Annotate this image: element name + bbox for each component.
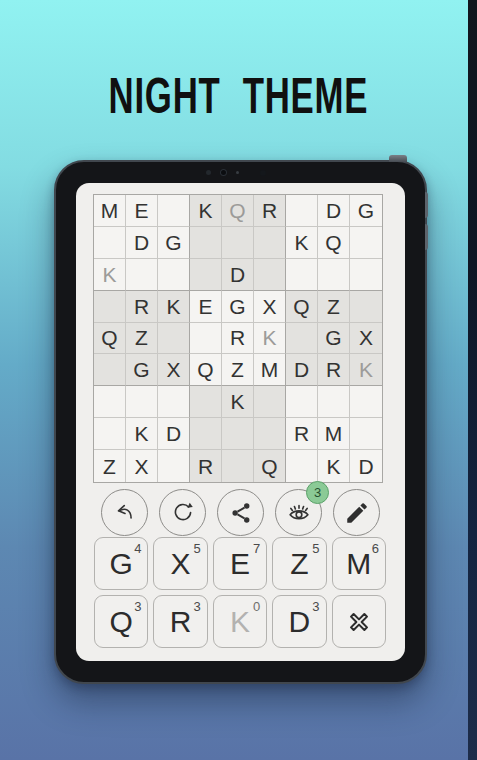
cell-r3c7[interactable] bbox=[286, 259, 318, 291]
front-camera-dot2 bbox=[260, 170, 266, 176]
cell-r8c5[interactable] bbox=[222, 418, 254, 450]
hint-count-badge: 3 bbox=[306, 481, 329, 504]
cell-r3c1[interactable]: K bbox=[94, 259, 126, 291]
cell-r6c1[interactable] bbox=[94, 354, 126, 386]
cell-r6c6[interactable]: M bbox=[254, 354, 286, 386]
tablet-volume-up-button bbox=[425, 192, 428, 218]
cell-r9c6[interactable]: Q bbox=[254, 450, 286, 482]
cell-r6c5[interactable]: Z bbox=[222, 354, 254, 386]
cell-r5c6[interactable]: K bbox=[254, 323, 286, 355]
key-Z[interactable]: Z 5 bbox=[272, 537, 326, 590]
cell-r8c9[interactable] bbox=[350, 418, 382, 450]
cell-r2c5[interactable] bbox=[222, 227, 254, 259]
page-title: NIGHT THEME bbox=[109, 66, 369, 125]
cell-r2c3[interactable]: G bbox=[158, 227, 190, 259]
hint-button[interactable]: 3 bbox=[275, 489, 322, 536]
cell-r6c8[interactable]: R bbox=[318, 354, 350, 386]
cell-r2c1[interactable] bbox=[94, 227, 126, 259]
key-count: 5 bbox=[312, 541, 319, 556]
toolbar: 3 bbox=[76, 489, 405, 536]
cell-r4c3[interactable]: K bbox=[158, 291, 190, 323]
restart-button[interactable] bbox=[159, 489, 206, 536]
key-R[interactable]: R 3 bbox=[153, 595, 207, 648]
cell-r5c3[interactable] bbox=[158, 323, 190, 355]
key-count: 0 bbox=[253, 599, 260, 614]
key-count: 3 bbox=[194, 599, 201, 614]
sensor-dot bbox=[236, 171, 239, 174]
undo-icon bbox=[112, 500, 138, 526]
cell-r2c6[interactable] bbox=[254, 227, 286, 259]
key-X[interactable]: X 5 bbox=[153, 537, 207, 590]
cell-r7c1[interactable] bbox=[94, 386, 126, 418]
cell-r8c3[interactable]: D bbox=[158, 418, 190, 450]
cell-r8c6[interactable] bbox=[254, 418, 286, 450]
cell-r7c6[interactable] bbox=[254, 386, 286, 418]
cell-r7c7[interactable] bbox=[286, 386, 318, 418]
cell-r9c8[interactable]: K bbox=[318, 450, 350, 482]
share-button[interactable] bbox=[217, 489, 264, 536]
front-camera-lens bbox=[220, 169, 227, 176]
cell-r9c1[interactable]: Z bbox=[94, 450, 126, 482]
cell-r1c8[interactable]: D bbox=[318, 195, 350, 227]
cell-r2c2[interactable]: D bbox=[126, 227, 158, 259]
cell-r8c2[interactable]: K bbox=[126, 418, 158, 450]
key-count: 3 bbox=[312, 599, 319, 614]
cell-r4c1[interactable] bbox=[94, 291, 126, 323]
key-count: 5 bbox=[194, 541, 201, 556]
tablet-volume-down-button bbox=[425, 224, 428, 250]
cell-r3c8[interactable] bbox=[318, 259, 350, 291]
cell-r9c3[interactable] bbox=[158, 450, 190, 482]
cell-r5c1[interactable]: Q bbox=[94, 323, 126, 355]
cell-r4c9[interactable] bbox=[350, 291, 382, 323]
sudoku-board: MEKQRDGDGKQKDRKEGXQZQZRKGXGXQZMDRKKKDRMZ… bbox=[93, 194, 383, 483]
cell-r9c9[interactable]: D bbox=[350, 450, 382, 482]
cell-r3c4[interactable] bbox=[190, 259, 222, 291]
front-camera-dot bbox=[206, 170, 211, 175]
cell-r5c8[interactable]: G bbox=[318, 323, 350, 355]
pencil-icon bbox=[344, 500, 370, 526]
cell-r5c5[interactable]: R bbox=[222, 323, 254, 355]
key-count: 3 bbox=[134, 599, 141, 614]
cell-r5c9[interactable]: X bbox=[350, 323, 382, 355]
cell-r8c8[interactable]: M bbox=[318, 418, 350, 450]
cell-r4c7[interactable]: Q bbox=[286, 291, 318, 323]
cell-r3c5[interactable]: D bbox=[222, 259, 254, 291]
cell-r7c4[interactable] bbox=[190, 386, 222, 418]
tablet-device-frame: MEKQRDGDGKQKDRKEGXQZQZRKGXGXQZMDRKKKDRMZ… bbox=[54, 160, 427, 684]
cell-r7c8[interactable] bbox=[318, 386, 350, 418]
cell-r3c9[interactable] bbox=[350, 259, 382, 291]
cell-r7c9[interactable] bbox=[350, 386, 382, 418]
cell-r9c5[interactable] bbox=[222, 450, 254, 482]
cell-r1c2[interactable]: E bbox=[126, 195, 158, 227]
header: NIGHT THEME bbox=[0, 68, 477, 123]
key-count: 4 bbox=[134, 541, 141, 556]
cell-r6c2[interactable]: G bbox=[126, 354, 158, 386]
app-screen: MEKQRDGDGKQKDRKEGXQZQZRKGXGXQZMDRKKKDRMZ… bbox=[76, 183, 405, 661]
cell-r8c1[interactable] bbox=[94, 418, 126, 450]
cell-r5c4[interactable] bbox=[190, 323, 222, 355]
cell-r7c2[interactable] bbox=[126, 386, 158, 418]
cell-r4c2[interactable]: R bbox=[126, 291, 158, 323]
key-K[interactable]: K 0 bbox=[213, 595, 267, 648]
cross-delete-icon bbox=[344, 607, 374, 637]
cell-r6c3[interactable]: X bbox=[158, 354, 190, 386]
letter-keypad: G 4 X 5 E 7 Z 5 M 6 bbox=[94, 537, 386, 648]
cell-r2c7[interactable]: K bbox=[286, 227, 318, 259]
cell-r4c5[interactable]: G bbox=[222, 291, 254, 323]
cell-r2c9[interactable] bbox=[350, 227, 382, 259]
tablet-power-button bbox=[389, 155, 407, 162]
screenshot-stage: NIGHT THEME MEKQRDGDGKQKDRKEGXQZQZRKGXGX… bbox=[0, 0, 477, 760]
cell-r6c7[interactable]: D bbox=[286, 354, 318, 386]
cell-r5c7[interactable] bbox=[286, 323, 318, 355]
eye-hint-icon bbox=[286, 500, 312, 526]
undo-button[interactable] bbox=[101, 489, 148, 536]
key-M[interactable]: M 6 bbox=[332, 537, 386, 590]
cell-r1c5[interactable]: Q bbox=[222, 195, 254, 227]
key-D[interactable]: D 3 bbox=[272, 595, 326, 648]
cell-r8c4[interactable] bbox=[190, 418, 222, 450]
cell-r7c3[interactable] bbox=[158, 386, 190, 418]
cell-r1c7[interactable] bbox=[286, 195, 318, 227]
cell-r8c7[interactable]: R bbox=[286, 418, 318, 450]
key-E[interactable]: E 7 bbox=[213, 537, 267, 590]
key-delete[interactable] bbox=[332, 595, 386, 648]
cell-r9c4[interactable]: R bbox=[190, 450, 222, 482]
cell-r3c3[interactable] bbox=[158, 259, 190, 291]
cell-r3c6[interactable] bbox=[254, 259, 286, 291]
cell-r6c4[interactable]: Q bbox=[190, 354, 222, 386]
cell-r6c9[interactable]: K bbox=[350, 354, 382, 386]
cell-r1c9[interactable]: G bbox=[350, 195, 382, 227]
cell-r4c6[interactable]: X bbox=[254, 291, 286, 323]
cell-r9c2[interactable]: X bbox=[126, 450, 158, 482]
cell-r1c6[interactable]: R bbox=[254, 195, 286, 227]
key-count: 6 bbox=[372, 541, 379, 556]
key-G[interactable]: G 4 bbox=[94, 537, 148, 590]
cell-r9c7[interactable] bbox=[286, 450, 318, 482]
pencil-button[interactable] bbox=[333, 489, 380, 536]
cell-r1c4[interactable]: K bbox=[190, 195, 222, 227]
restart-icon bbox=[170, 500, 196, 526]
cell-r7c5[interactable]: K bbox=[222, 386, 254, 418]
cell-r3c2[interactable] bbox=[126, 259, 158, 291]
cell-r2c8[interactable]: Q bbox=[318, 227, 350, 259]
cell-r1c1[interactable]: M bbox=[94, 195, 126, 227]
cell-r4c4[interactable]: E bbox=[190, 291, 222, 323]
key-Q[interactable]: Q 3 bbox=[94, 595, 148, 648]
cell-r5c2[interactable]: Z bbox=[126, 323, 158, 355]
share-icon bbox=[228, 500, 254, 526]
cell-r1c3[interactable] bbox=[158, 195, 190, 227]
cell-r4c8[interactable]: Z bbox=[318, 291, 350, 323]
cell-r2c4[interactable] bbox=[190, 227, 222, 259]
key-count: 7 bbox=[253, 541, 260, 556]
